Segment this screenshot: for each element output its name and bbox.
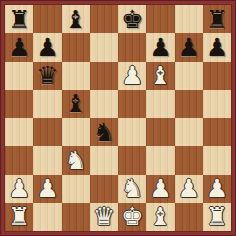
square-e2[interactable]: ♞	[118, 175, 146, 203]
square-c8[interactable]: ♝	[62, 5, 90, 33]
piece-white-bishop[interactable]: ♝	[149, 63, 171, 88]
square-a3[interactable]	[5, 146, 33, 174]
square-b4[interactable]	[33, 118, 61, 146]
square-e7[interactable]	[118, 33, 146, 61]
piece-white-king[interactable]: ♚	[121, 204, 143, 229]
piece-black-pawn[interactable]: ♟	[149, 35, 171, 60]
square-e1[interactable]: ♚	[118, 203, 146, 231]
square-g5[interactable]	[175, 90, 203, 118]
square-f5[interactable]	[146, 90, 174, 118]
square-d2[interactable]	[90, 175, 118, 203]
square-h4[interactable]	[203, 118, 231, 146]
square-c5[interactable]: ♝	[62, 90, 90, 118]
piece-black-knight[interactable]: ♞	[93, 120, 115, 145]
square-f8[interactable]	[146, 5, 174, 33]
square-e8[interactable]: ♚	[118, 5, 146, 33]
square-d6[interactable]	[90, 62, 118, 90]
square-g1[interactable]	[175, 203, 203, 231]
square-g6[interactable]	[175, 62, 203, 90]
piece-white-rook[interactable]: ♜	[206, 204, 228, 229]
square-d1[interactable]: ♛	[90, 203, 118, 231]
piece-white-pawn[interactable]: ♟	[177, 176, 199, 201]
piece-black-rook[interactable]: ♜	[8, 7, 30, 32]
piece-black-pawn[interactable]: ♟	[8, 35, 30, 60]
square-a6[interactable]	[5, 62, 33, 90]
piece-white-knight[interactable]: ♞	[64, 148, 86, 173]
piece-white-pawn[interactable]: ♟	[8, 176, 30, 201]
square-c4[interactable]	[62, 118, 90, 146]
square-f7[interactable]: ♟	[146, 33, 174, 61]
piece-black-pawn[interactable]: ♟	[36, 35, 58, 60]
square-b5[interactable]	[33, 90, 61, 118]
square-h5[interactable]	[203, 90, 231, 118]
piece-black-pawn[interactable]: ♟	[177, 35, 199, 60]
square-a1[interactable]: ♜	[5, 203, 33, 231]
square-c6[interactable]	[62, 62, 90, 90]
piece-white-pawn[interactable]: ♟	[206, 176, 228, 201]
square-h2[interactable]: ♟	[203, 175, 231, 203]
square-c2[interactable]	[62, 175, 90, 203]
piece-black-rook[interactable]: ♜	[206, 7, 228, 32]
square-f2[interactable]: ♟	[146, 175, 174, 203]
square-b7[interactable]: ♟	[33, 33, 61, 61]
square-b3[interactable]	[33, 146, 61, 174]
square-a8[interactable]: ♜	[5, 5, 33, 33]
square-f3[interactable]	[146, 146, 174, 174]
square-e5[interactable]	[118, 90, 146, 118]
square-g8[interactable]	[175, 5, 203, 33]
square-b8[interactable]	[33, 5, 61, 33]
square-c1[interactable]	[62, 203, 90, 231]
square-d3[interactable]	[90, 146, 118, 174]
piece-white-rook[interactable]: ♜	[8, 204, 30, 229]
piece-white-bishop[interactable]: ♝	[149, 204, 171, 229]
square-b2[interactable]: ♟	[33, 175, 61, 203]
square-h3[interactable]	[203, 146, 231, 174]
square-c7[interactable]	[62, 33, 90, 61]
square-g3[interactable]	[175, 146, 203, 174]
chess-board-frame: ♜♝♚♜♟♟♟♟♟♛♟♝♝♞♞♟♟♞♟♟♟♜♛♚♝♜	[0, 0, 236, 236]
square-c3[interactable]: ♞	[62, 146, 90, 174]
square-d5[interactable]	[90, 90, 118, 118]
piece-black-bishop[interactable]: ♝	[64, 91, 86, 116]
square-d7[interactable]	[90, 33, 118, 61]
piece-white-pawn[interactable]: ♟	[36, 176, 58, 201]
square-b1[interactable]	[33, 203, 61, 231]
square-a5[interactable]	[5, 90, 33, 118]
piece-white-knight[interactable]: ♞	[121, 176, 143, 201]
piece-white-pawn[interactable]: ♟	[121, 63, 143, 88]
piece-white-queen[interactable]: ♛	[93, 204, 115, 229]
square-h7[interactable]: ♟	[203, 33, 231, 61]
square-e6[interactable]: ♟	[118, 62, 146, 90]
square-g2[interactable]: ♟	[175, 175, 203, 203]
piece-white-pawn[interactable]: ♟	[149, 176, 171, 201]
piece-black-queen[interactable]: ♛	[36, 63, 58, 88]
square-a4[interactable]	[5, 118, 33, 146]
square-h8[interactable]: ♜	[203, 5, 231, 33]
piece-black-bishop[interactable]: ♝	[64, 7, 86, 32]
piece-black-pawn[interactable]: ♟	[206, 35, 228, 60]
square-f4[interactable]	[146, 118, 174, 146]
square-a7[interactable]: ♟	[5, 33, 33, 61]
square-d8[interactable]	[90, 5, 118, 33]
square-f1[interactable]: ♝	[146, 203, 174, 231]
square-e4[interactable]	[118, 118, 146, 146]
square-g7[interactable]: ♟	[175, 33, 203, 61]
square-d4[interactable]: ♞	[90, 118, 118, 146]
square-g4[interactable]	[175, 118, 203, 146]
square-e3[interactable]	[118, 146, 146, 174]
chess-board: ♜♝♚♜♟♟♟♟♟♛♟♝♝♞♞♟♟♞♟♟♟♜♛♚♝♜	[5, 5, 231, 231]
piece-black-king[interactable]: ♚	[121, 7, 143, 32]
square-b6[interactable]: ♛	[33, 62, 61, 90]
square-f6[interactable]: ♝	[146, 62, 174, 90]
square-h1[interactable]: ♜	[203, 203, 231, 231]
square-a2[interactable]: ♟	[5, 175, 33, 203]
square-h6[interactable]	[203, 62, 231, 90]
